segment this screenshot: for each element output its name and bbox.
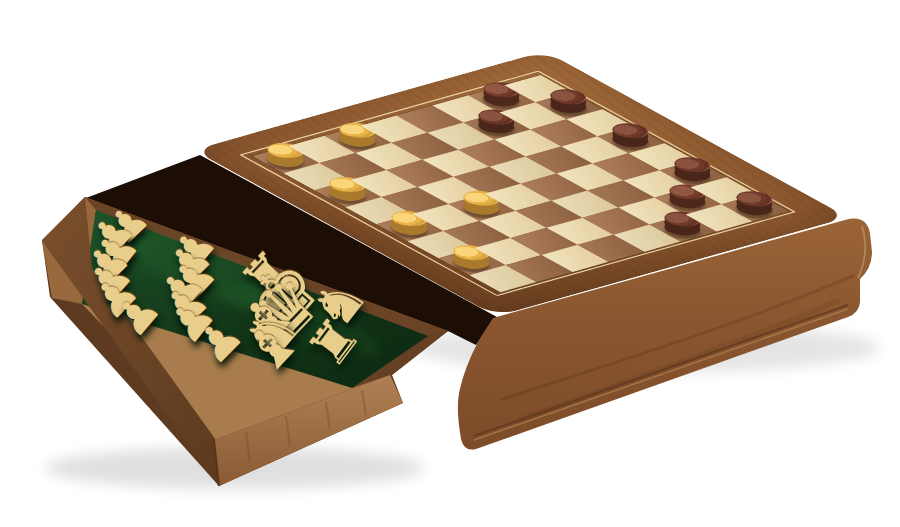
storage-drawer (0, 0, 900, 527)
